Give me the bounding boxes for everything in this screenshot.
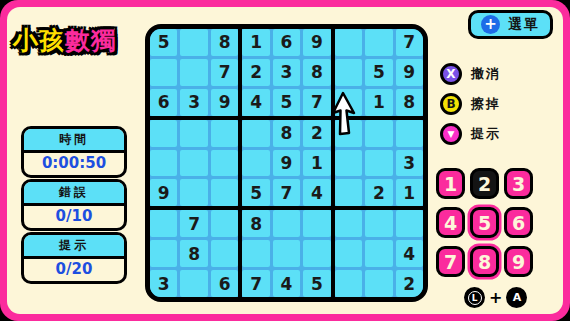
cell-r8c8[interactable]: [365, 240, 392, 267]
cell-r2c9[interactable]: 9: [396, 59, 423, 86]
cell-r3c5[interactable]: 5: [273, 89, 300, 116]
cell-r6c7[interactable]: [335, 179, 362, 206]
hints-value: 0/20: [24, 259, 124, 281]
cell-r1c7[interactable]: [335, 29, 362, 56]
cell-r8c4[interactable]: [242, 240, 269, 267]
cell-r4c1[interactable]: [150, 120, 177, 147]
cell-r2c1[interactable]: [150, 59, 177, 86]
cell-r4c9[interactable]: [396, 120, 423, 147]
cell-r1c1[interactable]: 5: [150, 29, 177, 56]
cell-r5c4[interactable]: [242, 150, 269, 177]
cell-r2c6[interactable]: 8: [303, 59, 330, 86]
cell-r6c3[interactable]: [211, 179, 238, 206]
cell-r7c1[interactable]: [150, 210, 177, 237]
cell-r8c2[interactable]: 8: [180, 240, 207, 267]
hints-label: 提示: [24, 235, 124, 259]
cell-r7c4[interactable]: 8: [242, 210, 269, 237]
cell-r5c1[interactable]: [150, 150, 177, 177]
cell-r7c6[interactable]: [303, 210, 330, 237]
cell-r7c3[interactable]: [211, 210, 238, 237]
cell-r1c2[interactable]: [180, 29, 207, 56]
cell-r4c3[interactable]: [211, 120, 238, 147]
time-label: 時間: [24, 129, 124, 153]
undo-label: 撤消: [471, 65, 501, 83]
sudoku-box-5: 8291574: [242, 120, 330, 207]
cell-r8c7[interactable]: [335, 240, 362, 267]
cell-r6c1[interactable]: 9: [150, 179, 177, 206]
cell-r8c6[interactable]: [303, 240, 330, 267]
numpad-button-4[interactable]: 4: [436, 207, 465, 238]
cell-r9c2[interactable]: [180, 270, 207, 297]
cell-r1c3[interactable]: 8: [211, 29, 238, 56]
cell-r8c3[interactable]: [211, 240, 238, 267]
plus-sign: +: [489, 288, 502, 307]
sudoku-box-2: 169238457: [242, 29, 330, 116]
hint-control[interactable]: ▼ 提示: [440, 123, 501, 145]
time-value: 0:00:50: [24, 153, 124, 175]
b-button-icon[interactable]: B: [440, 93, 462, 115]
numpad-button-5[interactable]: 5: [470, 207, 499, 238]
cell-r1c8[interactable]: [365, 29, 392, 56]
game-title-part1: 小孩: [13, 26, 65, 55]
cell-r3c4[interactable]: 4: [242, 89, 269, 116]
cell-r6c4[interactable]: 5: [242, 179, 269, 206]
cell-r5c3[interactable]: [211, 150, 238, 177]
errors-panel: 錯誤 0/10: [21, 179, 127, 231]
cell-r5c8[interactable]: [365, 150, 392, 177]
numpad-button-8[interactable]: 8: [470, 246, 499, 277]
cell-r9c5[interactable]: 4: [273, 270, 300, 297]
cell-r6c9[interactable]: 1: [396, 179, 423, 206]
shortcut-hint: L + A: [464, 287, 527, 308]
cell-r1c9[interactable]: 7: [396, 29, 423, 56]
cell-r9c8[interactable]: [365, 270, 392, 297]
numpad-button-7[interactable]: 7: [436, 246, 465, 277]
cell-r4c5[interactable]: 8: [273, 120, 300, 147]
cell-r5c9[interactable]: 3: [396, 150, 423, 177]
kids-sudoku-app: 小孩數獨 時間 0:00:50 錯誤 0/10 提示 0/20 58763916…: [0, 0, 570, 321]
cell-r1c4[interactable]: 1: [242, 29, 269, 56]
cell-r2c4[interactable]: 2: [242, 59, 269, 86]
cell-r3c1[interactable]: 6: [150, 89, 177, 116]
cell-r5c5[interactable]: 9: [273, 150, 300, 177]
cell-r6c5[interactable]: 7: [273, 179, 300, 206]
numpad-button-9[interactable]: 9: [504, 246, 533, 277]
a-button-icon: A: [506, 287, 527, 308]
erase-control[interactable]: B 擦掉: [440, 93, 501, 115]
cell-r9c6[interactable]: 5: [303, 270, 330, 297]
cell-r9c4[interactable]: 7: [242, 270, 269, 297]
cell-r9c3[interactable]: 6: [211, 270, 238, 297]
cell-r4c8[interactable]: [365, 120, 392, 147]
x-button-icon[interactable]: X: [440, 63, 462, 85]
cell-r2c8[interactable]: 5: [365, 59, 392, 86]
cell-r3c8[interactable]: 1: [365, 89, 392, 116]
cell-r2c7[interactable]: [335, 59, 362, 86]
cell-r3c6[interactable]: 7: [303, 89, 330, 116]
menu-button[interactable]: + 選單: [468, 10, 553, 39]
time-panel: 時間 0:00:50: [21, 126, 127, 178]
hints-panel: 提示 0/20: [21, 232, 127, 284]
cell-r6c2[interactable]: [180, 179, 207, 206]
game-title: 小孩數獨: [13, 24, 117, 57]
cell-r4c4[interactable]: [242, 120, 269, 147]
sudoku-box-9: 42: [335, 210, 423, 297]
sudoku-box-7: 7836: [150, 210, 238, 297]
numpad-button-6[interactable]: 6: [504, 207, 533, 238]
hint-label: 提示: [471, 125, 501, 143]
cell-r7c8[interactable]: [365, 210, 392, 237]
cell-r3c9[interactable]: 8: [396, 89, 423, 116]
errors-label: 錯誤: [24, 182, 124, 206]
sudoku-box-8: 8745: [242, 210, 330, 297]
game-title-part2: 數獨: [65, 26, 117, 55]
cell-r7c9[interactable]: [396, 210, 423, 237]
cell-r1c5[interactable]: 6: [273, 29, 300, 56]
cell-r2c2[interactable]: [180, 59, 207, 86]
cell-r4c7[interactable]: [335, 120, 362, 147]
l-button-icon: L: [464, 287, 485, 308]
sudoku-box-4: 9: [150, 120, 238, 207]
menu-label: 選單: [508, 16, 540, 34]
cell-r4c2[interactable]: [180, 120, 207, 147]
cell-r8c1[interactable]: [150, 240, 177, 267]
cell-r3c2[interactable]: 3: [180, 89, 207, 116]
cell-r9c7[interactable]: [335, 270, 362, 297]
cell-r3c3[interactable]: 9: [211, 89, 238, 116]
sudoku-box-6: 321: [335, 120, 423, 207]
cell-r2c5[interactable]: 3: [273, 59, 300, 86]
cell-r4c6[interactable]: 2: [303, 120, 330, 147]
cell-r8c5[interactable]: [273, 240, 300, 267]
undo-control[interactable]: X 撤消: [440, 63, 501, 85]
numpad-button-2[interactable]: 2: [470, 168, 499, 199]
cell-r9c9[interactable]: 2: [396, 270, 423, 297]
numpad-button-1[interactable]: 1: [436, 168, 465, 199]
cell-r6c8[interactable]: 2: [365, 179, 392, 206]
cell-r5c6[interactable]: 1: [303, 150, 330, 177]
cell-r2c3[interactable]: 7: [211, 59, 238, 86]
cell-r1c6[interactable]: 9: [303, 29, 330, 56]
cell-r9c1[interactable]: 3: [150, 270, 177, 297]
cell-r6c6[interactable]: 4: [303, 179, 330, 206]
cell-r7c7[interactable]: [335, 210, 362, 237]
cell-r5c2[interactable]: [180, 150, 207, 177]
cell-r5c7[interactable]: [335, 150, 362, 177]
cell-r7c2[interactable]: 7: [180, 210, 207, 237]
sudoku-box-1: 587639: [150, 29, 238, 116]
cell-r3c7[interactable]: [335, 89, 362, 116]
plus-icon: +: [481, 15, 500, 34]
errors-value: 0/10: [24, 206, 124, 228]
sudoku-box-3: 75918: [335, 29, 423, 116]
cell-r8c9[interactable]: 4: [396, 240, 423, 267]
erase-label: 擦掉: [471, 95, 501, 113]
cell-r7c5[interactable]: [273, 210, 300, 237]
numpad-button-3[interactable]: 3: [504, 168, 533, 199]
numpad: 123456789: [436, 168, 533, 277]
sudoku-grid: 5876391692384577591898291574321783687454…: [145, 24, 428, 302]
down-triangle-button-icon[interactable]: ▼: [440, 123, 462, 145]
